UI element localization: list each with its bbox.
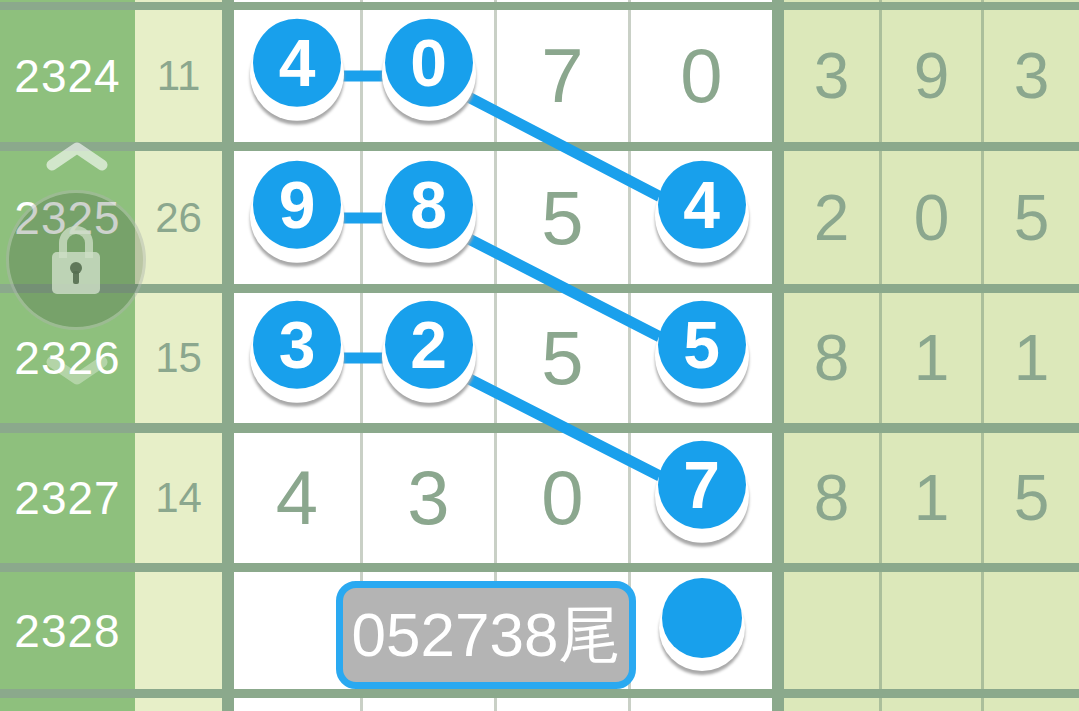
sum-cell: 11 <box>135 10 222 142</box>
digit-coin[interactable]: 7 <box>652 441 752 547</box>
row-partial-top <box>0 0 1079 2</box>
digit-cell[interactable]: 7 <box>497 10 631 142</box>
tail-input[interactable]: 052738尾 <box>336 581 636 689</box>
trend-chart-board: 2324 11 4 0 7 0 3 9 3 2325 26 9 8 5 4 2 … <box>0 0 1079 711</box>
digit-cell[interactable]: 3 <box>234 293 363 423</box>
period-cell: 2327 <box>0 433 135 563</box>
digit-cell[interactable]: 4 <box>234 433 363 563</box>
sum-cell: 14 <box>135 433 222 563</box>
period-label: 2327 <box>14 471 120 525</box>
period-cell: 2328 <box>0 572 135 689</box>
digit-cell[interactable]: 5 <box>497 293 631 423</box>
digit-cell[interactable]: 3 <box>363 433 497 563</box>
digit-cell[interactable] <box>631 572 772 689</box>
tail-cell: 2 <box>784 151 882 284</box>
digit-coin[interactable]: 4 <box>652 160 752 266</box>
tail-cell: 8 <box>784 293 882 423</box>
sum-label: 26 <box>155 194 202 242</box>
period-cell: 2324 <box>0 10 135 142</box>
row-2327: 2327 14 4 3 0 7 8 1 5 <box>0 433 1079 563</box>
tail-cell: 3 <box>784 10 882 142</box>
tail-cell: 8 <box>784 433 882 563</box>
period-label: 2328 <box>14 604 120 658</box>
row-2324: 2324 11 4 0 7 0 3 9 3 <box>0 10 1079 142</box>
row-partial-bottom <box>0 698 1079 711</box>
tail-cell: 1 <box>984 293 1079 423</box>
digit-coin[interactable]: 0 <box>379 19 479 125</box>
sum-cell: 15 <box>135 293 222 423</box>
selection-dot[interactable] <box>656 578 748 676</box>
row-divider <box>0 284 1079 293</box>
digit-coin[interactable]: 4 <box>247 19 347 125</box>
sum-label: 14 <box>155 474 202 522</box>
scroll-up-icon[interactable] <box>44 141 110 171</box>
period-label: 2324 <box>14 49 120 103</box>
tail-cell <box>984 572 1079 689</box>
sum-cell <box>135 572 222 689</box>
scroll-down-icon[interactable] <box>44 356 110 386</box>
digit-coin[interactable]: 3 <box>247 301 347 407</box>
tail-cell: 1 <box>882 433 984 563</box>
row-divider <box>0 423 1079 433</box>
tail-cell: 3 <box>984 10 1079 142</box>
tail-cell: 1 <box>882 293 984 423</box>
sum-cell: 26 <box>135 151 222 284</box>
row-divider <box>0 563 1079 572</box>
digit-coin[interactable]: 2 <box>379 301 479 407</box>
digit-cell[interactable]: 9 <box>234 151 363 284</box>
digit-cell[interactable]: 8 <box>363 151 497 284</box>
digit-cell[interactable]: 5 <box>497 151 631 284</box>
row-2326: 2326 15 3 2 5 5 8 1 1 <box>0 293 1079 423</box>
row-divider <box>0 142 1079 151</box>
digit-coin[interactable]: 9 <box>247 160 347 266</box>
digit-coin[interactable]: 5 <box>652 301 752 407</box>
digit-cell[interactable]: 7 <box>631 433 772 563</box>
sum-label: 15 <box>155 334 202 382</box>
digit-cell[interactable]: 0 <box>497 433 631 563</box>
tail-cell: 5 <box>984 433 1079 563</box>
row-2325: 2325 26 9 8 5 4 2 0 5 <box>0 151 1079 284</box>
tail-cell <box>882 572 984 689</box>
digit-cell[interactable]: 0 <box>631 10 772 142</box>
digit-cell[interactable]: 4 <box>234 10 363 142</box>
digit-cell[interactable]: 0 <box>363 10 497 142</box>
row-divider <box>0 689 1079 698</box>
lock-button[interactable] <box>6 190 146 330</box>
tail-cell <box>784 572 882 689</box>
lock-icon <box>52 226 100 300</box>
digit-coin[interactable]: 8 <box>379 160 479 266</box>
digit-cell[interactable]: 4 <box>631 151 772 284</box>
tail-cell: 9 <box>882 10 984 142</box>
tail-cell: 0 <box>882 151 984 284</box>
row-divider <box>0 2 1079 10</box>
sum-label: 11 <box>157 52 201 100</box>
digit-cell[interactable]: 5 <box>631 293 772 423</box>
tail-cell: 5 <box>984 151 1079 284</box>
digit-cell[interactable]: 2 <box>363 293 497 423</box>
